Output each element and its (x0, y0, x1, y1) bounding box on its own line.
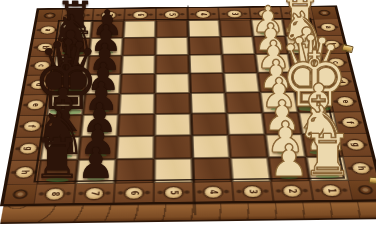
square-a4 (188, 20, 221, 37)
square-g1 (302, 134, 344, 157)
square-h1 (306, 157, 349, 182)
square-a1 (283, 19, 318, 36)
square-f6 (118, 114, 155, 136)
square-g2 (265, 134, 306, 157)
rank-label-medallion: 4 (203, 185, 223, 198)
border-corner-ornament (4, 185, 37, 204)
file-label-text: c (37, 64, 46, 67)
square-h7 (76, 159, 117, 184)
square-c8 (53, 56, 89, 75)
top-rank-label: 5 (156, 8, 188, 20)
rank-label-medallion: 5 (164, 10, 179, 18)
file-label-text: a (323, 26, 332, 29)
file-label-medallion: a (319, 23, 336, 31)
file-label-text: e (340, 100, 350, 104)
right-file-label: e (330, 91, 361, 112)
square-h6 (115, 159, 154, 184)
file-label-text: a (43, 29, 52, 32)
square-f7 (80, 114, 118, 136)
rank-label-text: 1 (293, 12, 302, 15)
file-label-medallion: f (340, 117, 360, 128)
square-d6 (120, 74, 155, 94)
square-c4 (189, 54, 224, 73)
square-e1 (295, 91, 334, 112)
brass-clasp-icon (369, 176, 376, 184)
rank-label-medallion: 4 (195, 10, 211, 18)
square-d5 (155, 73, 190, 93)
border-corner-ornament (312, 7, 338, 19)
file-label-medallion: b (36, 43, 53, 52)
top-rank-label: 8 (61, 9, 94, 21)
square-d2 (257, 72, 294, 92)
top-rank-label: 6 (124, 9, 156, 21)
bottom-rank-label: 3 (232, 182, 273, 201)
square-c1 (288, 53, 325, 72)
rank-label-medallion: 3 (242, 185, 262, 198)
square-e2 (260, 92, 298, 113)
rank-label-text: 8 (73, 14, 81, 17)
square-e6 (119, 93, 155, 114)
rank-label-medallion: 7 (101, 11, 117, 19)
right-file-label: a (314, 19, 342, 36)
file-label-medallion: d (29, 80, 47, 90)
square-h3 (230, 157, 271, 182)
square-d8 (50, 75, 87, 95)
file-label-text: g (350, 143, 361, 147)
rank-label-text: 5 (168, 13, 176, 16)
square-a3 (219, 20, 253, 37)
file-label-text: f (345, 121, 355, 124)
square-a6 (123, 21, 156, 38)
chess-set-photo: 87654321aabbccddeeffgghh87654321 ♜♟♟♜♞♟♟… (0, 0, 376, 235)
square-a5 (156, 20, 188, 37)
square-b4 (188, 37, 222, 55)
square-f2 (262, 112, 302, 134)
rank-label-medallion: 5 (164, 186, 183, 199)
square-b5 (155, 37, 188, 55)
rank-label-text: 1 (326, 188, 337, 193)
square-e8 (47, 94, 85, 115)
rank-label-medallion: 6 (124, 186, 144, 199)
left-file-label: f (16, 115, 47, 137)
file-label-text: h (355, 166, 366, 171)
rank-label-text: 7 (105, 14, 113, 17)
file-label-text: b (327, 43, 336, 46)
bottom-rank-label: 2 (271, 181, 313, 200)
file-label-text: b (40, 46, 49, 49)
square-g7 (78, 136, 117, 159)
square-e7 (83, 94, 120, 115)
left-file-label: g (12, 137, 44, 160)
rank-label-medallion: 1 (321, 184, 342, 197)
file-label-text: d (34, 83, 44, 87)
square-a2 (251, 19, 285, 36)
square-f3 (227, 113, 266, 135)
square-e4 (190, 93, 227, 114)
file-label-medallion: g (345, 139, 366, 150)
rank-label-text: 6 (136, 13, 144, 16)
left-file-label: d (24, 75, 53, 95)
left-file-label: c (27, 56, 55, 75)
square-f1 (298, 112, 338, 134)
rank-label-text: 4 (208, 189, 218, 194)
square-h4 (192, 158, 232, 183)
rank-label-text: 2 (262, 12, 270, 15)
file-label-medallion: h (13, 166, 34, 178)
border-corner-ornament (37, 9, 62, 21)
square-d7 (85, 74, 121, 94)
top-rank-label: 3 (218, 8, 251, 20)
square-g5 (154, 135, 192, 158)
square-a7 (91, 21, 125, 38)
file-label-text: f (27, 125, 37, 128)
square-b7 (89, 38, 123, 56)
square-h2 (268, 157, 310, 182)
square-b1 (285, 36, 321, 54)
right-file-label: c (322, 53, 351, 72)
rank-label-medallion: 8 (69, 11, 85, 19)
rank-label-text: 4 (199, 13, 207, 16)
square-a8 (58, 21, 92, 38)
file-label-medallion: g (18, 143, 38, 154)
right-file-label: g (339, 133, 372, 156)
board-grid: 87654321aabbccddeeffgghh87654321 (0, 5, 376, 206)
square-d3 (223, 73, 259, 93)
file-label-text: g (23, 146, 33, 150)
square-g3 (228, 134, 268, 157)
square-c5 (155, 55, 189, 74)
rank-label-text: 8 (49, 191, 60, 196)
square-h5 (154, 158, 193, 183)
square-c3 (222, 54, 258, 73)
file-label-medallion: e (25, 100, 44, 110)
rank-label-text: 5 (168, 190, 178, 195)
rank-label-medallion: 3 (226, 10, 242, 18)
square-e3 (225, 92, 262, 113)
bottom-rank-label: 7 (74, 184, 115, 204)
square-f8 (43, 115, 82, 137)
file-label-text: d (336, 80, 346, 84)
top-rank-label: 2 (249, 7, 282, 19)
file-label-medallion: d (331, 77, 350, 87)
left-file-label: h (7, 160, 40, 185)
file-label-text: c (331, 61, 340, 64)
file-label-text: h (18, 170, 29, 175)
square-g6 (116, 136, 154, 159)
square-g8 (40, 137, 80, 161)
right-file-label: f (334, 112, 366, 134)
file-label-medallion: b (323, 40, 341, 49)
rank-label-medallion: 7 (84, 187, 104, 200)
rank-label-text: 3 (230, 12, 238, 15)
square-c7 (87, 56, 122, 75)
folding-chess-board: 87654321aabbccddeeffgghh87654321 (0, 5, 376, 224)
square-b3 (221, 36, 256, 54)
square-d1 (292, 72, 330, 92)
top-rank-label: 4 (187, 8, 219, 20)
square-e5 (155, 93, 191, 114)
file-label-medallion: c (327, 58, 345, 67)
file-label-medallion: h (350, 162, 371, 174)
square-d4 (189, 73, 225, 93)
rank-label-text: 6 (129, 190, 139, 195)
left-file-label: e (20, 95, 50, 116)
square-c2 (255, 54, 291, 73)
bottom-rank-label: 5 (154, 183, 194, 202)
square-b6 (122, 37, 156, 55)
bottom-rank-label: 6 (114, 183, 154, 203)
rank-label-text: 3 (247, 189, 258, 194)
bottom-rank-label: 1 (310, 181, 353, 200)
square-f4 (191, 113, 229, 135)
rank-label-medallion: 6 (132, 11, 148, 19)
rank-label-medallion: 8 (44, 187, 65, 200)
rank-label-medallion: 1 (289, 9, 306, 17)
top-rank-label: 7 (92, 9, 124, 21)
left-file-label: b (31, 38, 58, 56)
square-b8 (55, 38, 90, 56)
square-c6 (121, 55, 155, 74)
file-label-medallion: e (335, 96, 354, 106)
square-f5 (154, 114, 191, 136)
top-rank-label: 1 (280, 7, 314, 19)
rank-label-medallion: 2 (258, 9, 274, 17)
square-b2 (253, 36, 288, 54)
rank-label-text: 7 (89, 191, 100, 196)
square-g4 (191, 135, 230, 158)
left-file-label: a (34, 22, 61, 39)
file-label-medallion: c (32, 61, 50, 70)
right-file-label: d (326, 72, 356, 92)
file-label-medallion: f (22, 121, 42, 132)
rank-label-text: 2 (287, 188, 298, 193)
bottom-rank-label: 4 (193, 182, 234, 201)
file-label-text: e (30, 103, 40, 107)
rank-label-medallion: 2 (282, 185, 303, 198)
file-label-medallion: a (39, 26, 56, 34)
bottom-rank-label: 8 (34, 184, 76, 204)
square-h8 (36, 160, 78, 185)
